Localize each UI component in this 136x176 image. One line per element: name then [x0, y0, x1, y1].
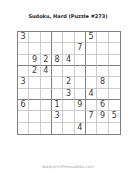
sudoku-cell-r2c9 [109, 43, 120, 54]
sudoku-cell-r5c8: 8 [97, 77, 108, 88]
sudoku-cell-r4c1 [18, 66, 29, 77]
sudoku-cell-r6c2 [29, 89, 40, 100]
sudoku-cell-r3c4: 8 [52, 55, 63, 66]
sudoku-cell-r1c1: 3 [18, 32, 29, 43]
sudoku-cell-r1c4 [52, 32, 63, 43]
sudoku-cell-r8c3 [41, 111, 52, 122]
sudoku-cell-r1c5 [63, 32, 74, 43]
sudoku-cell-r6c8 [97, 89, 108, 100]
sudoku-cell-r7c7 [86, 100, 97, 111]
sudoku-cell-r3c7 [86, 55, 97, 66]
sudoku-cell-r8c8: 9 [97, 111, 108, 122]
sudoku-cell-r8c5 [63, 111, 74, 122]
sudoku-cell-r4c2: 2 [29, 66, 40, 77]
sudoku-cell-r5c3 [41, 77, 52, 88]
sudoku-cell-r7c1: 6 [18, 100, 29, 111]
sudoku-cell-r2c8 [97, 43, 108, 54]
sudoku-cell-r5c9 [109, 77, 120, 88]
sudoku-page: Sudoku, Hard (Puzzle #273) 3579284243283… [0, 0, 136, 176]
sudoku-cell-r9c6: 4 [75, 123, 86, 134]
sudoku-cell-r5c5: 2 [63, 77, 74, 88]
sudoku-cell-r7c8: 6 [97, 100, 108, 111]
sudoku-cell-r6c4 [52, 89, 63, 100]
sudoku-cell-r7c2 [29, 100, 40, 111]
sudoku-cell-r1c8 [97, 32, 108, 43]
sudoku-cell-r7c3 [41, 100, 52, 111]
sudoku-cell-r5c7 [86, 77, 97, 88]
sudoku-cell-r8c1 [18, 111, 29, 122]
sudoku-grid: 35792842432834619637954 [17, 31, 121, 135]
sudoku-cell-r9c2 [29, 123, 40, 134]
sudoku-cell-r9c4 [52, 123, 63, 134]
sudoku-cell-r4c9 [109, 66, 120, 77]
sudoku-cell-r2c3 [41, 43, 52, 54]
sudoku-cell-r8c4: 3 [52, 111, 63, 122]
sudoku-cell-r5c6 [75, 77, 86, 88]
sudoku-cell-r5c2 [29, 77, 40, 88]
sudoku-cell-r6c3 [41, 89, 52, 100]
sudoku-cell-r5c4 [52, 77, 63, 88]
sudoku-cell-r3c3: 2 [41, 55, 52, 66]
sudoku-cell-r3c5: 4 [63, 55, 74, 66]
sudoku-cell-r3c6 [75, 55, 86, 66]
sudoku-cell-r1c7: 5 [86, 32, 97, 43]
sudoku-cell-r2c1 [18, 43, 29, 54]
sudoku-cell-r2c5 [63, 43, 74, 54]
sudoku-cell-r6c5: 3 [63, 89, 74, 100]
sudoku-cell-r1c2 [29, 32, 40, 43]
sudoku-cell-r6c6 [75, 89, 86, 100]
sudoku-cell-r9c7 [86, 123, 97, 134]
sudoku-cell-r9c9 [109, 123, 120, 134]
sudoku-cell-r3c1 [18, 55, 29, 66]
sudoku-cell-r1c9 [109, 32, 120, 43]
sudoku-cell-r7c5 [63, 100, 74, 111]
page-title: Sudoku, Hard (Puzzle #273) [0, 13, 136, 19]
sudoku-cell-r8c7: 7 [86, 111, 97, 122]
sudoku-cell-r6c7: 4 [86, 89, 97, 100]
sudoku-cell-r4c4 [52, 66, 63, 77]
sudoku-cell-r9c8 [97, 123, 108, 134]
sudoku-cell-r9c3 [41, 123, 52, 134]
footer-url: www.printfreesudoku.com [0, 164, 136, 169]
sudoku-cell-r2c2 [29, 43, 40, 54]
sudoku-cell-r4c5 [63, 66, 74, 77]
sudoku-cell-r7c6: 9 [75, 100, 86, 111]
sudoku-cell-r7c4: 1 [52, 100, 63, 111]
sudoku-cell-r9c1 [18, 123, 29, 134]
sudoku-cell-r2c4 [52, 43, 63, 54]
sudoku-cell-r5c1: 3 [18, 77, 29, 88]
sudoku-cell-r1c3 [41, 32, 52, 43]
sudoku-cell-r1c6 [75, 32, 86, 43]
sudoku-cell-r8c2 [29, 111, 40, 122]
sudoku-cell-r4c3: 4 [41, 66, 52, 77]
sudoku-cell-r3c2: 9 [29, 55, 40, 66]
sudoku-cell-r6c9 [109, 89, 120, 100]
sudoku-cell-r4c6 [75, 66, 86, 77]
sudoku-cell-r9c5 [63, 123, 74, 134]
sudoku-cell-r6c1 [18, 89, 29, 100]
sudoku-cell-r3c8 [97, 55, 108, 66]
sudoku-cell-r7c9 [109, 100, 120, 111]
sudoku-cell-r2c7 [86, 43, 97, 54]
sudoku-cell-r8c9: 5 [109, 111, 120, 122]
sudoku-cell-r4c7 [86, 66, 97, 77]
sudoku-cell-r3c9 [109, 55, 120, 66]
sudoku-cell-r2c6: 7 [75, 43, 86, 54]
sudoku-cell-r4c8 [97, 66, 108, 77]
sudoku-cell-r8c6 [75, 111, 86, 122]
